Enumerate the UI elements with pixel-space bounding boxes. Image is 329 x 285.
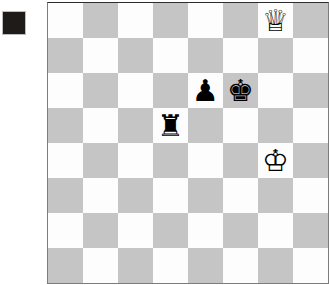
square-b2[interactable] xyxy=(83,213,118,248)
square-b1[interactable] xyxy=(83,248,118,283)
square-a1[interactable] xyxy=(48,248,83,283)
black-king-f6[interactable]: ♚ xyxy=(227,73,254,108)
square-f1[interactable] xyxy=(223,248,258,283)
square-g3[interactable] xyxy=(258,178,293,213)
square-g8[interactable]: ♕ xyxy=(258,3,293,38)
square-b4[interactable] xyxy=(83,143,118,178)
square-a6[interactable] xyxy=(48,73,83,108)
black-to-move-indicator xyxy=(2,11,26,35)
square-f4[interactable] xyxy=(223,143,258,178)
square-f7[interactable] xyxy=(223,38,258,73)
square-c1[interactable] xyxy=(118,248,153,283)
square-h5[interactable] xyxy=(293,108,328,143)
square-g6[interactable] xyxy=(258,73,293,108)
square-d4[interactable] xyxy=(153,143,188,178)
square-d8[interactable] xyxy=(153,3,188,38)
square-h1[interactable] xyxy=(293,248,328,283)
square-f3[interactable] xyxy=(223,178,258,213)
square-h7[interactable] xyxy=(293,38,328,73)
white-king-g4[interactable]: ♔ xyxy=(262,143,289,178)
square-e2[interactable] xyxy=(188,213,223,248)
square-g4[interactable]: ♔ xyxy=(258,143,293,178)
chess-diagram: ♕♟♚♜♔ xyxy=(0,0,329,285)
square-b6[interactable] xyxy=(83,73,118,108)
square-e4[interactable] xyxy=(188,143,223,178)
black-pawn-e6[interactable]: ♟ xyxy=(192,73,219,108)
square-h8[interactable] xyxy=(293,3,328,38)
square-a5[interactable] xyxy=(48,108,83,143)
square-a3[interactable] xyxy=(48,178,83,213)
square-f8[interactable] xyxy=(223,3,258,38)
square-e3[interactable] xyxy=(188,178,223,213)
square-b5[interactable] xyxy=(83,108,118,143)
square-c3[interactable] xyxy=(118,178,153,213)
square-e8[interactable] xyxy=(188,3,223,38)
square-c8[interactable] xyxy=(118,3,153,38)
square-b8[interactable] xyxy=(83,3,118,38)
square-e7[interactable] xyxy=(188,38,223,73)
square-g2[interactable] xyxy=(258,213,293,248)
square-a7[interactable] xyxy=(48,38,83,73)
square-g5[interactable] xyxy=(258,108,293,143)
square-h2[interactable] xyxy=(293,213,328,248)
square-e1[interactable] xyxy=(188,248,223,283)
square-e6[interactable]: ♟ xyxy=(188,73,223,108)
square-d5[interactable]: ♜ xyxy=(153,108,188,143)
square-b3[interactable] xyxy=(83,178,118,213)
square-c5[interactable] xyxy=(118,108,153,143)
square-h3[interactable] xyxy=(293,178,328,213)
square-d6[interactable] xyxy=(153,73,188,108)
square-d1[interactable] xyxy=(153,248,188,283)
square-c4[interactable] xyxy=(118,143,153,178)
square-d2[interactable] xyxy=(153,213,188,248)
square-c2[interactable] xyxy=(118,213,153,248)
square-d7[interactable] xyxy=(153,38,188,73)
square-d3[interactable] xyxy=(153,178,188,213)
black-rook-d5[interactable]: ♜ xyxy=(157,108,184,143)
square-c6[interactable] xyxy=(118,73,153,108)
square-a8[interactable] xyxy=(48,3,83,38)
square-g1[interactable] xyxy=(258,248,293,283)
square-f2[interactable] xyxy=(223,213,258,248)
square-b7[interactable] xyxy=(83,38,118,73)
chess-board: ♕♟♚♜♔ xyxy=(47,2,329,284)
square-f5[interactable] xyxy=(223,108,258,143)
white-queen-g8[interactable]: ♕ xyxy=(262,3,289,38)
square-f6[interactable]: ♚ xyxy=(223,73,258,108)
square-h4[interactable] xyxy=(293,143,328,178)
square-c7[interactable] xyxy=(118,38,153,73)
square-a2[interactable] xyxy=(48,213,83,248)
square-a4[interactable] xyxy=(48,143,83,178)
square-e5[interactable] xyxy=(188,108,223,143)
square-h6[interactable] xyxy=(293,73,328,108)
square-g7[interactable] xyxy=(258,38,293,73)
